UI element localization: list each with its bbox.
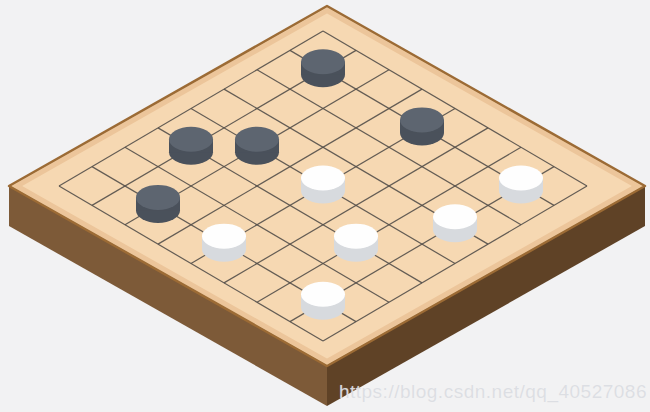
go-board xyxy=(0,0,650,412)
go-board-illustration: https://blog.csdn.net/qq_40527086 xyxy=(0,0,650,412)
